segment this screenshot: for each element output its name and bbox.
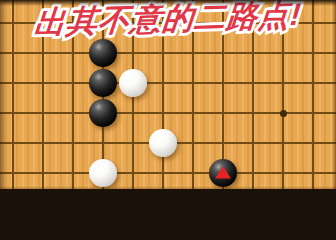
white-stone (119, 69, 147, 97)
grid-line-horizontal (0, 172, 336, 174)
black-stone (89, 99, 117, 127)
black-stone (89, 69, 117, 97)
white-stone (89, 159, 117, 187)
white-stone (149, 129, 177, 157)
black-stone (89, 39, 117, 67)
marked-last-move-stone (209, 159, 237, 187)
grid-line-horizontal (0, 82, 336, 84)
grid-line-horizontal (0, 52, 336, 54)
triangle-mark-icon (215, 167, 231, 179)
star-point (280, 110, 287, 117)
